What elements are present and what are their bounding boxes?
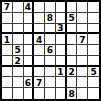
cell-r2-c5[interactable]: 8 bbox=[45, 13, 56, 24]
cell-r1-c5[interactable] bbox=[45, 2, 56, 13]
cell-r2-c6[interactable] bbox=[56, 13, 67, 24]
cell-r4-c8[interactable]: 7 bbox=[77, 34, 88, 45]
given-digit: 7 bbox=[79, 35, 85, 44]
sudoku-board: 74853147562125678 bbox=[0, 0, 101, 101]
cell-r6-c1[interactable] bbox=[2, 56, 13, 67]
cell-r4-c1[interactable]: 1 bbox=[2, 34, 13, 45]
cell-r7-c8[interactable] bbox=[77, 67, 88, 78]
cell-r7-c2[interactable] bbox=[13, 67, 24, 78]
cell-r9-c4[interactable] bbox=[34, 88, 45, 99]
given-digit: 8 bbox=[47, 14, 53, 23]
cell-r2-c2[interactable] bbox=[13, 13, 24, 24]
cell-r5-c7[interactable] bbox=[67, 45, 78, 56]
cell-r3-c9[interactable] bbox=[88, 24, 99, 35]
given-digit: 5 bbox=[90, 68, 96, 77]
cell-r3-c3[interactable] bbox=[24, 24, 35, 35]
cell-r5-c5[interactable]: 6 bbox=[45, 45, 56, 56]
cell-r7-c9[interactable]: 5 bbox=[88, 67, 99, 78]
given-digit: 2 bbox=[68, 68, 74, 77]
cell-r3-c5[interactable] bbox=[45, 24, 56, 35]
cell-r9-c1[interactable] bbox=[2, 88, 13, 99]
cell-r1-c2[interactable] bbox=[13, 2, 24, 13]
cell-r9-c5[interactable] bbox=[45, 88, 56, 99]
cell-r5-c6[interactable] bbox=[56, 45, 67, 56]
cell-r5-c3[interactable] bbox=[24, 45, 35, 56]
cell-r6-c5[interactable] bbox=[45, 56, 56, 67]
given-digit: 6 bbox=[47, 46, 53, 55]
given-digit: 7 bbox=[36, 78, 42, 87]
cell-r8-c4[interactable]: 7 bbox=[34, 77, 45, 88]
cell-r7-c7[interactable]: 2 bbox=[67, 67, 78, 78]
cell-r4-c7[interactable] bbox=[67, 34, 78, 45]
cell-r8-c3[interactable]: 6 bbox=[24, 77, 35, 88]
cell-r1-c1[interactable]: 7 bbox=[2, 2, 13, 13]
cell-r4-c6[interactable] bbox=[56, 34, 67, 45]
cell-r3-c4[interactable] bbox=[34, 24, 45, 35]
cell-r6-c7[interactable] bbox=[67, 56, 78, 67]
cell-r8-c2[interactable] bbox=[13, 77, 24, 88]
cell-r9-c9[interactable] bbox=[88, 88, 99, 99]
cell-r5-c4[interactable] bbox=[34, 45, 45, 56]
cell-r1-c7[interactable] bbox=[67, 2, 78, 13]
cell-r6-c9[interactable] bbox=[88, 56, 99, 67]
cell-r6-c3[interactable] bbox=[24, 56, 35, 67]
cell-r2-c4[interactable] bbox=[34, 13, 45, 24]
given-digit: 5 bbox=[68, 14, 74, 23]
cell-r6-c6[interactable] bbox=[56, 56, 67, 67]
cell-r7-c3[interactable] bbox=[24, 67, 35, 78]
cell-r4-c4[interactable]: 4 bbox=[34, 34, 45, 45]
cell-r9-c8[interactable] bbox=[77, 88, 88, 99]
cell-r8-c7[interactable] bbox=[67, 77, 78, 88]
cell-r7-c4[interactable] bbox=[34, 67, 45, 78]
cell-r5-c1[interactable] bbox=[2, 45, 13, 56]
cell-r2-c3[interactable] bbox=[24, 13, 35, 24]
cell-r1-c9[interactable] bbox=[88, 2, 99, 13]
cell-r8-c8[interactable] bbox=[77, 77, 88, 88]
cell-r3-c1[interactable] bbox=[2, 24, 13, 35]
cell-r8-c9[interactable] bbox=[88, 77, 99, 88]
cell-r2-c9[interactable] bbox=[88, 13, 99, 24]
given-digit: 7 bbox=[4, 3, 10, 12]
given-digit: 1 bbox=[57, 68, 63, 77]
cell-r7-c1[interactable] bbox=[2, 67, 13, 78]
cell-r6-c2[interactable]: 2 bbox=[13, 56, 24, 67]
given-digit: 8 bbox=[68, 90, 74, 99]
cell-r5-c2[interactable]: 5 bbox=[13, 45, 24, 56]
given-digit: 4 bbox=[36, 35, 42, 44]
cell-r4-c3[interactable] bbox=[24, 34, 35, 45]
cell-r5-c9[interactable] bbox=[88, 45, 99, 56]
cell-r9-c6[interactable] bbox=[56, 88, 67, 99]
cell-r4-c2[interactable] bbox=[13, 34, 24, 45]
cell-r6-c4[interactable] bbox=[34, 56, 45, 67]
given-digit: 2 bbox=[15, 56, 21, 65]
cell-r9-c3[interactable] bbox=[24, 88, 35, 99]
cell-r9-c7[interactable]: 8 bbox=[67, 88, 78, 99]
given-digit: 4 bbox=[25, 3, 31, 12]
cell-r1-c4[interactable] bbox=[34, 2, 45, 13]
cell-r2-c7[interactable]: 5 bbox=[67, 13, 78, 24]
given-digit: 1 bbox=[4, 35, 10, 44]
cell-r7-c6[interactable]: 1 bbox=[56, 67, 67, 78]
cell-r4-c5[interactable] bbox=[45, 34, 56, 45]
cell-r5-c8[interactable] bbox=[77, 45, 88, 56]
cell-r1-c6[interactable] bbox=[56, 2, 67, 13]
cell-r9-c2[interactable] bbox=[13, 88, 24, 99]
cell-r3-c8[interactable] bbox=[77, 24, 88, 35]
cell-r3-c2[interactable] bbox=[13, 24, 24, 35]
cell-r8-c6[interactable] bbox=[56, 77, 67, 88]
given-digit: 6 bbox=[25, 78, 31, 87]
cell-r3-c7[interactable] bbox=[67, 24, 78, 35]
cell-r2-c1[interactable] bbox=[2, 13, 13, 24]
cell-r1-c3[interactable]: 4 bbox=[24, 2, 35, 13]
cell-r4-c9[interactable] bbox=[88, 34, 99, 45]
cell-r8-c1[interactable] bbox=[2, 77, 13, 88]
cell-r1-c8[interactable] bbox=[77, 2, 88, 13]
cell-r7-c5[interactable] bbox=[45, 67, 56, 78]
given-digit: 3 bbox=[57, 24, 63, 33]
cell-r3-c6[interactable]: 3 bbox=[56, 24, 67, 35]
cell-r8-c5[interactable] bbox=[45, 77, 56, 88]
given-digit: 5 bbox=[15, 46, 21, 55]
cell-r2-c8[interactable] bbox=[77, 13, 88, 24]
cell-r6-c8[interactable] bbox=[77, 56, 88, 67]
